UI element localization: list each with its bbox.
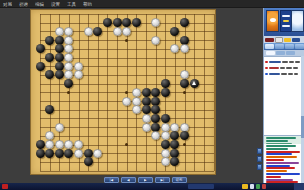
- stone-white-11-13[interactable]: [142, 123, 151, 132]
- tray-icon-2[interactable]: [256, 184, 260, 189]
- stone-white-4-6[interactable]: [74, 62, 83, 71]
- menu-bar: 对局棋谱编辑设置工具帮助: [0, 0, 304, 8]
- info-text-bar: [294, 73, 298, 76]
- stone-white-10-11[interactable]: [132, 105, 141, 114]
- stone-white-3-4[interactable]: [64, 44, 73, 53]
- menu-item-4[interactable]: 工具: [67, 1, 76, 7]
- subtab-3[interactable]: [286, 51, 295, 55]
- star-point: [125, 39, 128, 42]
- chat-message-line: [266, 165, 290, 167]
- chat-message-line: [266, 167, 295, 169]
- scroll-down-button[interactable]: [257, 164, 262, 170]
- stone-white-9-2[interactable]: [122, 27, 131, 36]
- stone-black-1-16[interactable]: [45, 149, 54, 158]
- stone-black-6-2[interactable]: [93, 27, 102, 36]
- taskbar-app-icon[interactable]: [2, 184, 8, 189]
- stone-white-15-7[interactable]: [180, 70, 189, 79]
- stone-black-7-1[interactable]: [103, 18, 112, 27]
- stone-black-13-15[interactable]: [161, 140, 170, 149]
- subtab-2[interactable]: [276, 51, 285, 55]
- info-text-bar: [269, 61, 281, 64]
- star-point: [125, 143, 128, 146]
- chat-message-line: [266, 156, 297, 158]
- chat-message-line: [266, 176, 281, 178]
- chat-message-line: [266, 148, 288, 150]
- info-row-2[interactable]: [265, 71, 304, 77]
- stone-black-12-13[interactable]: [151, 123, 160, 132]
- chat-message-line: [266, 145, 296, 147]
- taskbar-window-button[interactable]: [188, 184, 214, 189]
- stone-black-1-5[interactable]: [45, 53, 54, 62]
- tab-watch[interactable]: [285, 44, 294, 49]
- stone-white-2-13[interactable]: [55, 123, 64, 132]
- menu-item-3[interactable]: 设置: [51, 1, 60, 7]
- stone-white-15-4[interactable]: [180, 44, 189, 53]
- panel-tabs: [264, 43, 304, 50]
- stone-black-1-3[interactable]: [45, 36, 54, 45]
- timer-row: [264, 36, 304, 43]
- taskbar: [0, 183, 304, 190]
- stone-black-11-11[interactable]: [142, 105, 151, 114]
- tray-icon-3[interactable]: [262, 184, 266, 189]
- status-dot: [265, 61, 268, 64]
- star-point: [183, 143, 186, 146]
- stone-white-4-15[interactable]: [74, 140, 83, 149]
- stone-white-2-2[interactable]: [55, 27, 64, 36]
- app-window: 对局棋谱编辑设置工具帮助 |◀◀▶▶|研究: [0, 0, 304, 190]
- game-info-panel: [263, 8, 304, 183]
- stone-black-14-14[interactable]: [170, 131, 179, 140]
- stone-black-13-9[interactable]: [161, 88, 170, 97]
- menu-item-1[interactable]: 棋谱: [19, 1, 28, 7]
- stone-black-11-10[interactable]: [142, 97, 151, 106]
- scrollbar-thumb[interactable]: [301, 116, 304, 138]
- nav-button-0[interactable]: |◀: [104, 177, 119, 183]
- status-dot: [265, 67, 268, 70]
- player-name-bar: [282, 25, 290, 27]
- stone-white-5-2[interactable]: [84, 27, 93, 36]
- stone-black-9-1[interactable]: [122, 18, 131, 27]
- stone-black-2-5[interactable]: [55, 53, 64, 62]
- stone-black-14-16[interactable]: [170, 149, 179, 158]
- stone-black-14-17[interactable]: [170, 157, 179, 166]
- stone-white-13-17[interactable]: [161, 157, 170, 166]
- menu-item-2[interactable]: 编辑: [35, 1, 44, 7]
- stone-black-5-16[interactable]: [84, 149, 93, 158]
- tab-chat[interactable]: [295, 44, 304, 49]
- stone-black-12-9[interactable]: [151, 88, 160, 97]
- subtab-1[interactable]: [266, 51, 275, 55]
- move-counter: [275, 37, 283, 43]
- status-dot: [265, 73, 268, 76]
- chat-message-line: [266, 162, 299, 164]
- chat-message-line: [266, 179, 293, 181]
- stone-black-15-14[interactable]: [180, 131, 189, 140]
- stone-black-3-16[interactable]: [64, 149, 73, 158]
- stone-black-3-8[interactable]: [64, 79, 73, 88]
- star-point: [183, 91, 186, 94]
- grid-line-v: [214, 14, 215, 171]
- stone-black-2-6[interactable]: [55, 62, 64, 71]
- chat-message-line: [266, 173, 300, 175]
- stone-black-0-4[interactable]: [36, 44, 45, 53]
- stone-white-8-2[interactable]: [113, 27, 122, 36]
- match-status-bar: [283, 20, 289, 22]
- stone-black-0-6[interactable]: [36, 62, 45, 71]
- grid-line-v: [204, 14, 205, 171]
- chat-message-line: [266, 151, 300, 153]
- stone-black-12-12[interactable]: [151, 114, 160, 123]
- stone-black-1-7[interactable]: [45, 70, 54, 79]
- player-name-bar: [282, 15, 290, 17]
- go-board[interactable]: [30, 9, 216, 175]
- nav-button-2[interactable]: ▶: [138, 177, 153, 183]
- stone-black-13-8[interactable]: [161, 79, 170, 88]
- info-text-bar: [280, 67, 285, 70]
- panel-scrollbar[interactable]: [301, 56, 304, 183]
- stone-black-11-9[interactable]: [142, 88, 151, 97]
- stone-white-10-10[interactable]: [132, 97, 141, 106]
- folder-icon[interactable]: [242, 184, 248, 189]
- tray-icon-1[interactable]: [250, 184, 254, 189]
- panel-side-buttons: [257, 148, 262, 174]
- stone-black-15-1[interactable]: [180, 18, 189, 27]
- stone-white-1-14[interactable]: [45, 131, 54, 140]
- info-text-bar: [288, 73, 293, 76]
- stone-black-12-10[interactable]: [151, 97, 160, 106]
- stone-black-2-16[interactable]: [55, 149, 64, 158]
- info-text-bar: [269, 67, 279, 70]
- stone-white-2-15[interactable]: [55, 140, 64, 149]
- stone-black-10-1[interactable]: [132, 18, 141, 27]
- info-text-bar: [295, 61, 300, 64]
- stone-black-5-17[interactable]: [84, 157, 93, 166]
- stone-black-2-3[interactable]: [55, 36, 64, 45]
- stone-black-1-11[interactable]: [45, 105, 54, 114]
- stone-black-12-11[interactable]: [151, 105, 160, 114]
- tab-kifu[interactable]: [275, 44, 284, 49]
- info-text-bar: [293, 67, 298, 70]
- stone-black-13-12[interactable]: [161, 114, 170, 123]
- grid-line-h: [40, 162, 214, 163]
- chat-message-line: [266, 170, 287, 172]
- white-player-avatar[interactable]: [291, 10, 304, 32]
- stone-white-12-1[interactable]: [151, 18, 160, 27]
- grid-line-h: [40, 110, 214, 111]
- stone-white-10-9[interactable]: [132, 88, 141, 97]
- info-text-bar: [281, 73, 287, 76]
- move-navigation-toolbar: |◀◀▶▶|研究: [27, 176, 263, 183]
- stone-white-3-15[interactable]: [64, 140, 73, 149]
- stone-white-3-6[interactable]: [64, 62, 73, 71]
- stone-white-15-13[interactable]: [180, 123, 189, 132]
- stone-white-3-2[interactable]: [64, 27, 73, 36]
- stone-white-3-7[interactable]: [64, 70, 73, 79]
- stone-white-4-16[interactable]: [74, 149, 83, 158]
- info-text-bar: [289, 61, 294, 64]
- info-text-bar: [269, 73, 280, 76]
- grid-line-h: [40, 118, 214, 119]
- scroll-mid-button[interactable]: [257, 156, 262, 162]
- black-timer: [265, 38, 274, 42]
- star-point: [67, 91, 70, 94]
- stone-white-13-16[interactable]: [161, 149, 170, 158]
- white-timer: [292, 38, 300, 42]
- stone-white-12-14[interactable]: [151, 131, 160, 140]
- stone-white-11-12[interactable]: [142, 114, 151, 123]
- stone-white-3-3[interactable]: [64, 36, 73, 45]
- stone-white-13-14[interactable]: [161, 131, 170, 140]
- stone-white-12-3[interactable]: [151, 36, 160, 45]
- stone-black-0-16[interactable]: [36, 149, 45, 158]
- game-info-list[interactable]: [264, 56, 304, 135]
- stone-white-3-5[interactable]: [64, 53, 73, 62]
- stone-white-9-10[interactable]: [122, 97, 131, 106]
- stone-black-2-4[interactable]: [55, 44, 64, 53]
- chat-message-line: [266, 159, 284, 161]
- grid-line-h: [40, 171, 214, 172]
- stone-white-1-15[interactable]: [45, 140, 54, 149]
- stone-black-15-8[interactable]: [180, 79, 189, 88]
- chat-message-area[interactable]: [264, 144, 304, 183]
- stone-black-2-7[interactable]: [55, 70, 64, 79]
- nav-button-1[interactable]: ◀: [121, 177, 136, 183]
- scroll-up-button[interactable]: [257, 148, 262, 154]
- stone-black-0-15[interactable]: [36, 140, 45, 149]
- stone-white-14-4[interactable]: [170, 44, 179, 53]
- tab-game[interactable]: [265, 44, 274, 49]
- stone-black-14-15[interactable]: [170, 140, 179, 149]
- black-player-avatar[interactable]: [266, 10, 279, 32]
- stone-white-14-13[interactable]: [170, 123, 179, 132]
- stone-white-4-7[interactable]: [74, 70, 83, 79]
- nav-button-3[interactable]: ▶|: [155, 177, 170, 183]
- stone-black-14-2[interactable]: [170, 27, 179, 36]
- star-point: [125, 91, 128, 94]
- time-progress: [284, 38, 291, 42]
- menu-item-0[interactable]: 对局: [3, 1, 12, 7]
- last-move-marker: [192, 81, 196, 85]
- grid-line-v: [194, 14, 195, 171]
- chat-header: [264, 135, 304, 144]
- nav-button-4[interactable]: 研究: [172, 177, 187, 183]
- stone-white-13-13[interactable]: [161, 123, 170, 132]
- player-bar: [264, 8, 304, 36]
- info-text-bar: [286, 67, 292, 70]
- system-tray[interactable]: [294, 183, 304, 190]
- stone-white-6-16[interactable]: [93, 149, 102, 158]
- stone-black-15-3[interactable]: [180, 36, 189, 45]
- stone-black-8-1[interactable]: [113, 18, 122, 27]
- menu-item-5[interactable]: 帮助: [83, 1, 92, 7]
- info-text-bar: [282, 61, 288, 64]
- chat-message-line: [266, 153, 292, 155]
